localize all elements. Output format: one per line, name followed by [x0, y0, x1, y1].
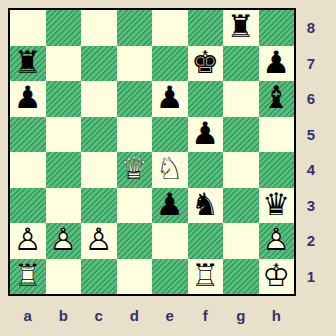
square-e5[interactable]: [152, 117, 188, 153]
square-h2[interactable]: ♟♙: [259, 223, 295, 259]
black-piece-glyph: ♟: [152, 81, 188, 117]
square-f4[interactable]: [188, 152, 224, 188]
rank-label-3: 3: [298, 188, 324, 224]
white-piece-outline: ♘: [152, 152, 188, 188]
square-c1[interactable]: [81, 259, 117, 295]
white-piece-outline: ♙: [46, 223, 82, 259]
rank-labels: 87654321: [298, 10, 324, 294]
white-piece-outline: ♖: [10, 259, 46, 295]
rank-label-4: 4: [298, 152, 324, 188]
black-piece-glyph: ♛: [259, 188, 295, 224]
square-e3[interactable]: ♟: [152, 188, 188, 224]
piece-black-king[interactable]: ♚: [188, 46, 224, 82]
square-e6[interactable]: ♟: [152, 81, 188, 117]
square-b3[interactable]: [46, 188, 82, 224]
file-label-h: h: [259, 300, 295, 330]
square-e7[interactable]: [152, 46, 188, 82]
white-piece-outline: ♙: [259, 223, 295, 259]
square-h6[interactable]: ♝: [259, 81, 295, 117]
square-a7[interactable]: ♜: [10, 46, 46, 82]
file-label-f: f: [188, 300, 224, 330]
piece-black-queen[interactable]: ♛: [259, 188, 295, 224]
black-piece-glyph: ♞: [188, 188, 224, 224]
rank-label-8: 8: [298, 10, 324, 46]
black-piece-glyph: ♜: [10, 46, 46, 82]
black-piece-glyph: ♟: [188, 117, 224, 153]
square-f1[interactable]: ♜♖: [188, 259, 224, 295]
square-d5[interactable]: [117, 117, 153, 153]
square-e4[interactable]: ♞♘: [152, 152, 188, 188]
square-d8[interactable]: [117, 10, 153, 46]
file-label-a: a: [10, 300, 46, 330]
square-a1[interactable]: ♜♖: [10, 259, 46, 295]
square-h7[interactable]: ♟: [259, 46, 295, 82]
square-c4[interactable]: [81, 152, 117, 188]
square-h8[interactable]: [259, 10, 295, 46]
white-piece-outline: ♙: [10, 223, 46, 259]
piece-white-king[interactable]: ♚♔: [259, 259, 295, 295]
piece-black-rook[interactable]: ♜: [223, 10, 259, 46]
square-a2[interactable]: ♟♙: [10, 223, 46, 259]
file-label-g: g: [223, 300, 259, 330]
black-piece-glyph: ♟: [259, 46, 295, 82]
square-f8[interactable]: [188, 10, 224, 46]
piece-white-knight[interactable]: ♞♘: [152, 152, 188, 188]
square-b1[interactable]: [46, 259, 82, 295]
square-a4[interactable]: [10, 152, 46, 188]
square-f5[interactable]: ♟: [188, 117, 224, 153]
piece-white-rook[interactable]: ♜♖: [10, 259, 46, 295]
square-f6[interactable]: [188, 81, 224, 117]
white-piece-outline: ♙: [81, 223, 117, 259]
square-h5[interactable]: [259, 117, 295, 153]
piece-white-rook[interactable]: ♜♖: [188, 259, 224, 295]
rank-label-2: 2: [298, 223, 324, 259]
square-h4[interactable]: [259, 152, 295, 188]
black-piece-glyph: ♟: [10, 81, 46, 117]
piece-white-queen[interactable]: ♛♕: [117, 152, 153, 188]
square-d3[interactable]: [117, 188, 153, 224]
square-b4[interactable]: [46, 152, 82, 188]
piece-black-pawn[interactable]: ♟: [152, 81, 188, 117]
white-piece-outline: ♕: [117, 152, 153, 188]
square-a3[interactable]: [10, 188, 46, 224]
square-d4[interactable]: ♛♕: [117, 152, 153, 188]
square-g4[interactable]: [223, 152, 259, 188]
rank-label-6: 6: [298, 81, 324, 117]
square-d1[interactable]: [117, 259, 153, 295]
rank-label-7: 7: [298, 46, 324, 82]
piece-white-pawn[interactable]: ♟♙: [46, 223, 82, 259]
black-piece-glyph: ♟: [152, 188, 188, 224]
square-b8[interactable]: [46, 10, 82, 46]
square-b5[interactable]: [46, 117, 82, 153]
piece-black-knight[interactable]: ♞: [188, 188, 224, 224]
file-label-e: e: [152, 300, 188, 330]
white-piece-outline: ♖: [188, 259, 224, 295]
piece-black-bishop[interactable]: ♝: [259, 81, 295, 117]
black-piece-glyph: ♝: [259, 81, 295, 117]
file-labels: abcdefgh: [10, 300, 294, 330]
square-c3[interactable]: [81, 188, 117, 224]
square-b2[interactable]: ♟♙: [46, 223, 82, 259]
square-g5[interactable]: [223, 117, 259, 153]
piece-white-pawn[interactable]: ♟♙: [259, 223, 295, 259]
white-piece-outline: ♔: [259, 259, 295, 295]
piece-black-pawn[interactable]: ♟: [152, 188, 188, 224]
square-c5[interactable]: [81, 117, 117, 153]
square-c7[interactable]: [81, 46, 117, 82]
square-g2[interactable]: [223, 223, 259, 259]
piece-white-pawn[interactable]: ♟♙: [81, 223, 117, 259]
square-f2[interactable]: [188, 223, 224, 259]
square-d2[interactable]: [117, 223, 153, 259]
square-h1[interactable]: ♚♔: [259, 259, 295, 295]
piece-black-pawn[interactable]: ♟: [188, 117, 224, 153]
square-h3[interactable]: ♛: [259, 188, 295, 224]
square-g3[interactable]: [223, 188, 259, 224]
piece-white-pawn[interactable]: ♟♙: [10, 223, 46, 259]
black-piece-glyph: ♚: [188, 46, 224, 82]
square-b6[interactable]: [46, 81, 82, 117]
file-label-b: b: [46, 300, 82, 330]
square-c8[interactable]: [81, 10, 117, 46]
square-g6[interactable]: [223, 81, 259, 117]
piece-black-pawn[interactable]: ♟: [259, 46, 295, 82]
square-b7[interactable]: [46, 46, 82, 82]
square-e8[interactable]: [152, 10, 188, 46]
black-piece-glyph: ♜: [223, 10, 259, 46]
square-a5[interactable]: [10, 117, 46, 153]
chess-board: ♜♜♚♟♟♟♝♟♛♕♞♘♟♞♛♟♙♟♙♟♙♟♙♜♖♜♖♚♔: [8, 8, 296, 296]
square-e1[interactable]: [152, 259, 188, 295]
square-d6[interactable]: [117, 81, 153, 117]
file-label-d: d: [117, 300, 153, 330]
square-c6[interactable]: [81, 81, 117, 117]
square-f3[interactable]: ♞: [188, 188, 224, 224]
piece-black-pawn[interactable]: ♟: [10, 81, 46, 117]
square-d7[interactable]: [117, 46, 153, 82]
square-c2[interactable]: ♟♙: [81, 223, 117, 259]
square-g8[interactable]: ♜: [223, 10, 259, 46]
rank-label-5: 5: [298, 117, 324, 153]
square-f7[interactable]: ♚: [188, 46, 224, 82]
square-e2[interactable]: [152, 223, 188, 259]
square-a6[interactable]: ♟: [10, 81, 46, 117]
square-g7[interactable]: [223, 46, 259, 82]
file-label-c: c: [81, 300, 117, 330]
square-a8[interactable]: [10, 10, 46, 46]
square-g1[interactable]: [223, 259, 259, 295]
piece-black-rook[interactable]: ♜: [10, 46, 46, 82]
rank-label-1: 1: [298, 259, 324, 295]
